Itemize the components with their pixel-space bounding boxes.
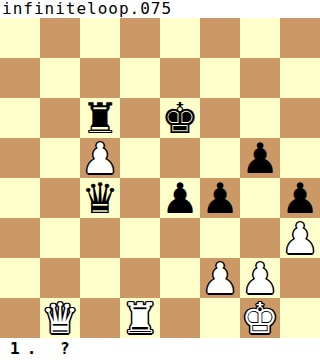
square-b8[interactable] [40,18,80,58]
square-a1[interactable] [0,298,40,338]
square-b7[interactable] [40,58,80,98]
square-d7[interactable] [120,58,160,98]
square-c7[interactable] [80,58,120,98]
square-a3[interactable] [0,218,40,258]
square-a5[interactable] [0,138,40,178]
square-d1[interactable]: ♜ [120,298,160,338]
square-a7[interactable] [0,58,40,98]
square-f1[interactable] [200,298,240,338]
white-queen: ♛ [40,298,80,338]
square-d6[interactable] [120,98,160,138]
square-c1[interactable] [80,298,120,338]
square-b5[interactable] [40,138,80,178]
square-d4[interactable] [120,178,160,218]
white-king: ♚ [240,298,280,338]
white-pawn: ♟ [80,138,120,178]
square-h8[interactable] [280,18,320,58]
square-e1[interactable] [160,298,200,338]
square-e7[interactable] [160,58,200,98]
square-e3[interactable] [160,218,200,258]
square-f7[interactable] [200,58,240,98]
square-h1[interactable] [280,298,320,338]
black-rook: ♜ [80,98,120,138]
square-e8[interactable] [160,18,200,58]
black-pawn: ♟ [160,178,200,218]
square-f3[interactable] [200,218,240,258]
square-g3[interactable] [240,218,280,258]
square-g6[interactable] [240,98,280,138]
square-c6[interactable]: ♜ [80,98,120,138]
square-b3[interactable] [40,218,80,258]
black-pawn: ♟ [280,178,320,218]
square-f6[interactable] [200,98,240,138]
square-a6[interactable] [0,98,40,138]
square-a8[interactable] [0,18,40,58]
puzzle-title: infiniteloop.075 [0,0,320,18]
square-e4[interactable]: ♟ [160,178,200,218]
square-c2[interactable] [80,258,120,298]
white-pawn: ♟ [240,258,280,298]
square-d3[interactable] [120,218,160,258]
black-pawn: ♟ [200,178,240,218]
square-g5[interactable]: ♟ [240,138,280,178]
square-g1[interactable]: ♚ [240,298,280,338]
square-g7[interactable] [240,58,280,98]
square-d5[interactable] [120,138,160,178]
square-f2[interactable]: ♟ [200,258,240,298]
square-b1[interactable]: ♛ [40,298,80,338]
square-b4[interactable] [40,178,80,218]
square-c5[interactable]: ♟ [80,138,120,178]
square-h3[interactable]: ♟ [280,218,320,258]
square-g8[interactable] [240,18,280,58]
square-b2[interactable] [40,258,80,298]
square-c3[interactable] [80,218,120,258]
white-pawn: ♟ [200,258,240,298]
square-a4[interactable] [0,178,40,218]
square-h2[interactable] [280,258,320,298]
white-rook: ♜ [120,298,160,338]
square-e5[interactable] [160,138,200,178]
square-h6[interactable] [280,98,320,138]
square-d2[interactable] [120,258,160,298]
square-h4[interactable]: ♟ [280,178,320,218]
square-g4[interactable] [240,178,280,218]
square-b6[interactable] [40,98,80,138]
white-pawn: ♟ [280,218,320,258]
chess-board: ♜♚♟♟♛♟♟♟♟♟♟♛♜♚ [0,18,320,338]
square-c8[interactable] [80,18,120,58]
square-g2[interactable]: ♟ [240,258,280,298]
square-f4[interactable]: ♟ [200,178,240,218]
square-a2[interactable] [0,258,40,298]
black-king: ♚ [160,98,200,138]
square-h7[interactable] [280,58,320,98]
square-e6[interactable]: ♚ [160,98,200,138]
square-h5[interactable] [280,138,320,178]
square-f5[interactable] [200,138,240,178]
square-c4[interactable]: ♛ [80,178,120,218]
square-d8[interactable] [120,18,160,58]
black-queen: ♛ [80,178,120,218]
square-f8[interactable] [200,18,240,58]
square-e2[interactable] [160,258,200,298]
black-pawn: ♟ [240,138,280,178]
